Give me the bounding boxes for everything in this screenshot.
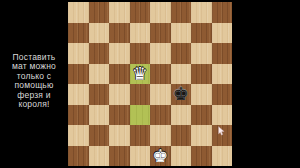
square-h3[interactable] xyxy=(212,105,233,126)
square-f6[interactable] xyxy=(171,43,192,64)
square-g3[interactable] xyxy=(191,105,212,126)
square-a8[interactable] xyxy=(68,2,89,23)
hand-cursor xyxy=(218,126,225,136)
square-e1[interactable]: ♚ xyxy=(150,146,171,167)
square-c8[interactable] xyxy=(109,2,130,23)
square-e3[interactable] xyxy=(150,105,171,126)
square-e2[interactable] xyxy=(150,125,171,146)
square-a5[interactable] xyxy=(68,64,89,85)
square-e4[interactable] xyxy=(150,84,171,105)
square-e6[interactable] xyxy=(150,43,171,64)
square-f5[interactable] xyxy=(171,64,192,85)
square-f7[interactable] xyxy=(171,23,192,44)
square-c7[interactable] xyxy=(109,23,130,44)
square-b1[interactable] xyxy=(89,146,110,167)
square-d1[interactable] xyxy=(130,146,151,167)
square-g2[interactable] xyxy=(191,125,212,146)
chess-board[interactable]: ♛♚♚ xyxy=(68,2,232,166)
square-c1[interactable] xyxy=(109,146,130,167)
square-a4[interactable] xyxy=(68,84,89,105)
square-b7[interactable] xyxy=(89,23,110,44)
square-e5[interactable] xyxy=(150,64,171,85)
black-king[interactable]: ♚ xyxy=(173,84,189,104)
square-g5[interactable] xyxy=(191,64,212,85)
square-a2[interactable] xyxy=(68,125,89,146)
square-b5[interactable] xyxy=(89,64,110,85)
square-h4[interactable] xyxy=(212,84,233,105)
square-g4[interactable] xyxy=(191,84,212,105)
square-d4[interactable] xyxy=(130,84,151,105)
square-d2[interactable] xyxy=(130,125,151,146)
square-b6[interactable] xyxy=(89,43,110,64)
square-c2[interactable] xyxy=(109,125,130,146)
square-c5[interactable] xyxy=(109,64,130,85)
white-queen[interactable]: ♛ xyxy=(132,64,148,84)
square-g8[interactable] xyxy=(191,2,212,23)
square-h8[interactable] xyxy=(212,2,233,23)
square-f4[interactable]: ♚ xyxy=(171,84,192,105)
square-d7[interactable] xyxy=(130,23,151,44)
square-a3[interactable] xyxy=(68,105,89,126)
square-h6[interactable] xyxy=(212,43,233,64)
square-b8[interactable] xyxy=(89,2,110,23)
square-f2[interactable] xyxy=(171,125,192,146)
square-b2[interactable] xyxy=(89,125,110,146)
square-d6[interactable] xyxy=(130,43,151,64)
square-e7[interactable] xyxy=(150,23,171,44)
square-b4[interactable] xyxy=(89,84,110,105)
square-g7[interactable] xyxy=(191,23,212,44)
square-e8[interactable] xyxy=(150,2,171,23)
square-c4[interactable] xyxy=(109,84,130,105)
square-d8[interactable] xyxy=(130,2,151,23)
square-f3[interactable] xyxy=(171,105,192,126)
square-c6[interactable] xyxy=(109,43,130,64)
square-d3[interactable] xyxy=(130,105,151,126)
square-c3[interactable] xyxy=(109,105,130,126)
square-h1[interactable] xyxy=(212,146,233,167)
square-d5[interactable]: ♛ xyxy=(130,64,151,85)
square-a6[interactable] xyxy=(68,43,89,64)
square-g6[interactable] xyxy=(191,43,212,64)
square-f8[interactable] xyxy=(171,2,192,23)
square-h7[interactable] xyxy=(212,23,233,44)
square-h5[interactable] xyxy=(212,64,233,85)
video-frame: Поставить мат можно только с помощью фер… xyxy=(0,0,300,168)
square-f1[interactable] xyxy=(171,146,192,167)
square-a7[interactable] xyxy=(68,23,89,44)
lesson-caption: Поставить мат можно только с помощью фер… xyxy=(0,53,68,109)
square-b3[interactable] xyxy=(89,105,110,126)
square-g1[interactable] xyxy=(191,146,212,167)
white-king[interactable]: ♚ xyxy=(152,146,168,166)
square-a1[interactable] xyxy=(68,146,89,167)
